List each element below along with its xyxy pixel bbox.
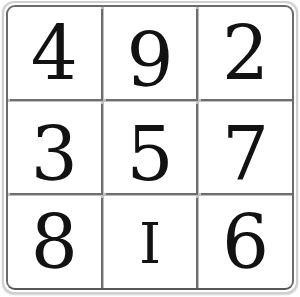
cell-r1-c3: 2 xyxy=(199,7,292,99)
cell-digit: 2 xyxy=(222,16,269,90)
cell-r1-c1: 4 xyxy=(8,7,101,99)
cell-r2-c1: 3 xyxy=(8,102,101,194)
cell-digit: 5 xyxy=(126,117,173,191)
cell-digit: 3 xyxy=(31,117,78,191)
cell-digit: 9 xyxy=(126,23,173,97)
cell-r1-c2: 9 xyxy=(104,7,197,99)
magic-square-card: 4923578I6 xyxy=(2,1,298,294)
cell-r3-c2: I xyxy=(104,196,197,288)
cell-r3-c3: 6 xyxy=(199,196,292,288)
cell-r2-c2: 5 xyxy=(104,102,197,194)
cell-digit: 8 xyxy=(31,205,78,279)
magic-square-grid: 4923578I6 xyxy=(6,5,294,290)
cell-r3-c1: 8 xyxy=(8,196,101,288)
screenshot-root: { "game": "magic-square", "variant": "Lo… xyxy=(0,0,300,297)
cell-digit: I xyxy=(139,216,161,272)
cell-digit: 4 xyxy=(31,16,78,90)
cell-digit: 6 xyxy=(222,205,269,279)
cell-r2-c3: 7 xyxy=(199,102,292,194)
cell-digit: 7 xyxy=(222,117,269,191)
